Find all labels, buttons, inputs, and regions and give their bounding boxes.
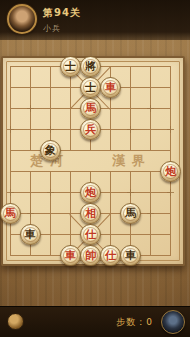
star-point-marker	[27, 105, 34, 112]
piece-red-advisor[interactable]: 仕	[80, 224, 101, 245]
level-label: 第94关	[43, 6, 81, 20]
piece-black-chariot[interactable]: 車	[20, 224, 41, 245]
star-point-marker	[147, 210, 154, 217]
piece-glyph: 車	[121, 246, 140, 265]
star-point-marker	[47, 126, 54, 133]
piece-red-chariot[interactable]: 車	[100, 77, 121, 98]
piece-red-horse[interactable]: 馬	[0, 203, 21, 224]
piece-glyph: 士	[61, 57, 80, 76]
piece-red-elephant[interactable]: 相	[80, 203, 101, 224]
star-point-marker	[147, 105, 154, 112]
player-avatar[interactable]	[161, 310, 185, 334]
piece-glyph: 仕	[101, 246, 120, 265]
piece-glyph: 車	[21, 225, 40, 244]
piece-glyph: 象	[41, 141, 60, 160]
star-point-marker	[127, 126, 134, 133]
river-label-right: 漢界	[112, 152, 152, 170]
rank-label: 小兵	[43, 23, 81, 34]
bottom-left-button[interactable]	[7, 313, 24, 330]
piece-glyph: 士	[81, 78, 100, 97]
star-point-marker	[127, 189, 134, 196]
board-line	[130, 67, 131, 151]
piece-red-chariot[interactable]: 車	[60, 245, 81, 266]
piece-red-advisor[interactable]: 仕	[100, 245, 121, 266]
piece-black-advisor[interactable]: 士	[80, 77, 101, 98]
steps-label: 步数：0	[116, 316, 153, 329]
piece-glyph: 車	[61, 246, 80, 265]
app-screen: 楚河 漢界 士將士車馬兵象炮炮馬相馬車仕車帥仕車 第94关 小兵 步数：0	[0, 0, 190, 337]
piece-glyph: 相	[81, 204, 100, 223]
piece-glyph: 馬	[1, 204, 20, 223]
star-point-marker	[167, 126, 174, 133]
xiangqi-board[interactable]: 楚河 漢界 士將士車馬兵象炮炮馬相馬車仕車帥仕車	[0, 0, 190, 337]
top-bar: 第94关 小兵	[0, 0, 190, 40]
piece-glyph: 仕	[81, 225, 100, 244]
piece-red-horse[interactable]: 馬	[80, 98, 101, 119]
header-text: 第94关 小兵	[43, 6, 81, 34]
opponent-avatar[interactable]	[7, 4, 37, 34]
board-line	[50, 172, 51, 256]
piece-glyph: 炮	[161, 162, 180, 181]
star-point-marker	[167, 189, 174, 196]
piece-glyph: 馬	[121, 204, 140, 223]
bottom-bar: 步数：0	[0, 306, 190, 337]
piece-black-elephant[interactable]: 象	[40, 140, 61, 161]
piece-glyph: 炮	[81, 183, 100, 202]
star-point-marker	[27, 210, 34, 217]
piece-black-chariot[interactable]: 車	[120, 245, 141, 266]
board-line	[10, 67, 11, 256]
piece-black-general[interactable]: 將	[80, 56, 101, 77]
piece-red-soldier[interactable]: 兵	[80, 119, 101, 140]
piece-glyph: 帥	[81, 246, 100, 265]
piece-black-advisor[interactable]: 士	[60, 56, 81, 77]
piece-glyph: 馬	[81, 99, 100, 118]
piece-black-horse[interactable]: 馬	[120, 203, 141, 224]
piece-glyph: 將	[81, 57, 100, 76]
piece-glyph: 兵	[81, 120, 100, 139]
piece-glyph: 車	[101, 78, 120, 97]
piece-red-cannon[interactable]: 炮	[160, 161, 181, 182]
piece-red-cannon[interactable]: 炮	[80, 182, 101, 203]
piece-red-general[interactable]: 帥	[80, 245, 101, 266]
star-point-marker	[7, 126, 14, 133]
star-point-marker	[47, 189, 54, 196]
star-point-marker	[7, 189, 14, 196]
board-line	[50, 67, 51, 151]
